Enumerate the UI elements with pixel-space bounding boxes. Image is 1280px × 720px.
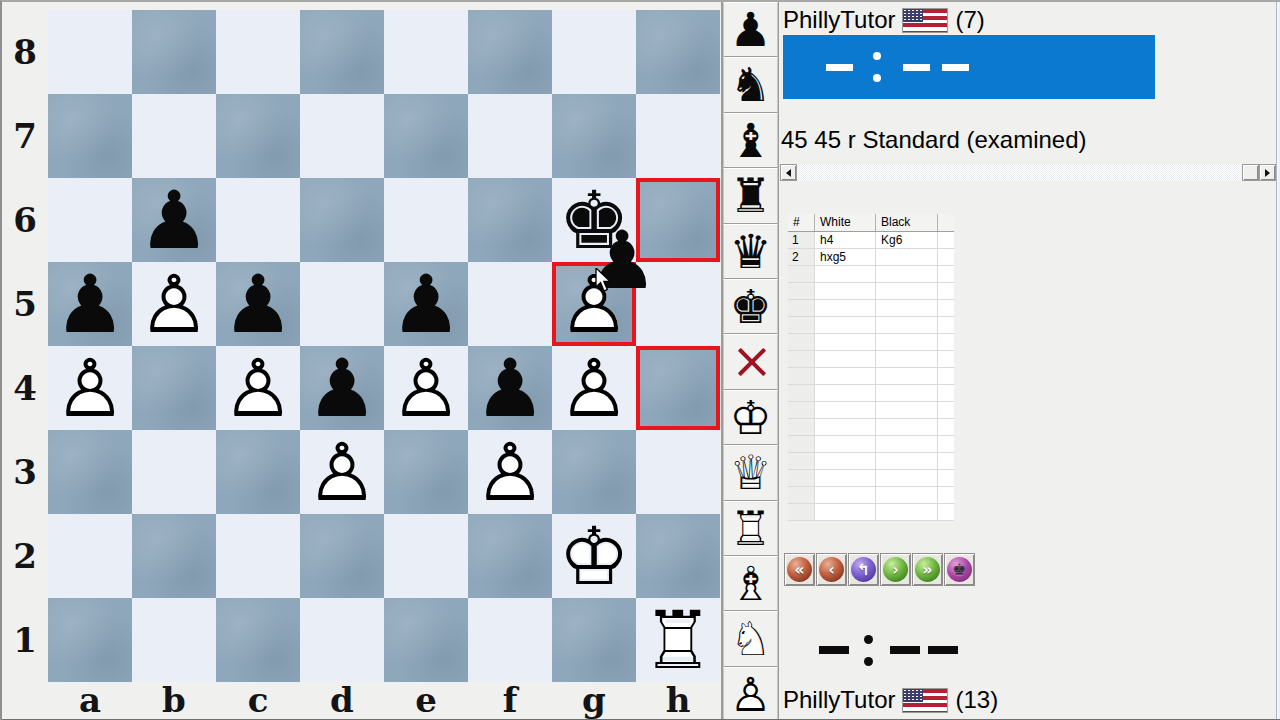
nav-forward-icon: › <box>883 557 908 582</box>
piece-black-knight[interactable]: ♞ <box>724 58 777 111</box>
black-move <box>876 470 938 487</box>
move-header-spacer <box>938 214 954 231</box>
rank-label-4: 4 <box>4 346 46 430</box>
rank-label-2: 2 <box>4 514 46 598</box>
piece-white-rook[interactable]: ♜♖ <box>636 598 720 682</box>
spacer-cell <box>938 504 954 521</box>
top-player-name: PhillyTutor <box>783 6 895 34</box>
square-g4[interactable]: ♟♙ <box>552 346 636 430</box>
mouse-cursor <box>595 268 613 294</box>
square-h4[interactable] <box>636 346 720 430</box>
move-number <box>788 266 815 283</box>
spacer-cell <box>938 334 954 351</box>
clock-dash <box>928 646 958 654</box>
palette-white-knight[interactable]: ♞♘ <box>723 611 778 666</box>
spacer-cell <box>938 368 954 385</box>
rank-labels: 87654321 <box>4 10 46 682</box>
piece-white-knight[interactable]: ♞♘ <box>724 612 777 665</box>
piece-black-rook[interactable]: ♜ <box>724 169 777 222</box>
move-row-8 <box>788 351 954 368</box>
move-number <box>788 334 815 351</box>
square-d3[interactable]: ♟♙ <box>300 430 384 514</box>
move-number <box>788 351 815 368</box>
piece-black-king[interactable]: ♚ <box>724 280 777 333</box>
move-row-13 <box>788 436 954 453</box>
move-row-5 <box>788 300 954 317</box>
left-arrow-icon <box>786 169 791 177</box>
move-number <box>788 487 815 504</box>
move-table[interactable]: #WhiteBlack1h4Kg62hxg5 <box>788 214 954 521</box>
nav-last-button[interactable]: » <box>912 553 943 586</box>
piece-black-pawn[interactable]: ♟ <box>468 346 552 430</box>
square-b7[interactable] <box>132 94 216 178</box>
square-c8[interactable] <box>216 10 300 94</box>
spacer-cell <box>938 300 954 317</box>
move-row-17 <box>788 504 954 521</box>
black-clock <box>819 626 958 674</box>
spacer-cell <box>938 385 954 402</box>
clock-colon <box>873 52 881 82</box>
white-move <box>815 470 876 487</box>
move-number <box>788 283 815 300</box>
move-header-Black: Black <box>876 214 938 231</box>
top-player-rating: (7) <box>955 6 984 34</box>
chess-board-region: 87654321 ♟♚♟♟♙♟♟♟♙♟♙♟♙♟♟♙♟♟♙♟♙♟♙♚♔♜♖ abc… <box>2 2 722 720</box>
rank-label-8: 8 <box>4 10 46 94</box>
square-a1[interactable] <box>48 598 132 682</box>
scrollbar-track[interactable] <box>797 164 1242 181</box>
square-h8[interactable] <box>636 10 720 94</box>
palette-white-pawn[interactable]: ♟♙ <box>723 667 778 720</box>
piece-black-pawn[interactable]: ♟ <box>724 3 777 56</box>
piece-white-pawn[interactable]: ♟♙ <box>300 430 384 514</box>
white-move <box>815 334 876 351</box>
chess-board[interactable]: ♟♚♟♟♙♟♟♟♙♟♙♟♙♟♟♙♟♟♙♟♙♟♙♚♔♜♖ <box>48 10 720 682</box>
move-number <box>788 402 815 419</box>
history-scrollbar[interactable] <box>780 164 1276 181</box>
piece-white-pawn[interactable]: ♟♙ <box>216 346 300 430</box>
square-h3[interactable] <box>636 430 720 514</box>
black-move <box>876 419 938 436</box>
move-number <box>788 300 815 317</box>
square-g3[interactable] <box>552 430 636 514</box>
side-panel: PhillyTutor (7) 45 45 r Standard (examin… <box>779 2 1276 720</box>
square-h7[interactable] <box>636 94 720 178</box>
black-move <box>876 402 938 419</box>
square-d2[interactable] <box>300 514 384 598</box>
rank-label-6: 6 <box>4 178 46 262</box>
move-number <box>788 436 815 453</box>
nav-revert-icon: ↰ <box>851 557 876 582</box>
square-d4[interactable]: ♟ <box>300 346 384 430</box>
move-number <box>788 470 815 487</box>
white-clock <box>783 35 1155 99</box>
clock-dash <box>890 646 920 654</box>
piece-white-king[interactable]: ♚♔ <box>724 391 777 444</box>
file-label-c: c <box>216 680 300 720</box>
black-move: Kg6 <box>876 232 938 249</box>
spacer-cell <box>938 351 954 368</box>
nav-back-button[interactable]: ‹ <box>816 553 847 586</box>
square-h2[interactable] <box>636 514 720 598</box>
square-e5[interactable]: ♟ <box>384 262 468 346</box>
move-number <box>788 317 815 334</box>
square-f5[interactable] <box>468 262 552 346</box>
square-c7[interactable] <box>216 94 300 178</box>
square-g7[interactable] <box>552 94 636 178</box>
scrollbar-thumb[interactable] <box>1242 164 1259 181</box>
nav-engine-icon: ♚ <box>947 557 972 582</box>
move-row-3 <box>788 266 954 283</box>
clock-colon <box>864 635 873 666</box>
move-row-6 <box>788 317 954 334</box>
square-d8[interactable] <box>300 10 384 94</box>
palette-delete[interactable] <box>723 334 778 389</box>
rank-label-3: 3 <box>4 430 46 514</box>
square-a7[interactable] <box>48 94 132 178</box>
move-number <box>788 385 815 402</box>
move-row-10 <box>788 385 954 402</box>
square-c3[interactable] <box>216 430 300 514</box>
white-move <box>815 504 876 521</box>
file-label-a: a <box>48 680 132 720</box>
square-f3[interactable]: ♟♙ <box>468 430 552 514</box>
square-b4[interactable] <box>132 346 216 430</box>
piece-white-rook[interactable]: ♜♖ <box>724 502 777 555</box>
palette-black-king[interactable]: ♚ <box>723 279 778 334</box>
square-f4[interactable]: ♟ <box>468 346 552 430</box>
square-b2[interactable] <box>132 514 216 598</box>
window-right-edge <box>1276 2 1280 720</box>
black-move <box>876 300 938 317</box>
white-move <box>815 453 876 470</box>
black-move <box>876 334 938 351</box>
nav-engine-button[interactable]: ♚ <box>944 553 975 586</box>
square-e2[interactable] <box>384 514 468 598</box>
move-header-#: # <box>788 214 815 231</box>
square-c1[interactable] <box>216 598 300 682</box>
move-header-White: White <box>815 214 876 231</box>
white-move: h4 <box>815 232 876 249</box>
nav-last-icon: » <box>915 557 940 582</box>
square-e7[interactable] <box>384 94 468 178</box>
square-d1[interactable] <box>300 598 384 682</box>
file-label-b: b <box>132 680 216 720</box>
square-d6[interactable] <box>300 178 384 262</box>
spacer-cell <box>938 232 954 249</box>
black-move <box>876 436 938 453</box>
black-move <box>876 249 938 266</box>
file-label-g: g <box>552 680 636 720</box>
square-f8[interactable] <box>468 10 552 94</box>
dragged-black-pawn[interactable]: ♟ <box>580 218 664 302</box>
move-row-14 <box>788 453 954 470</box>
spacer-cell <box>938 317 954 334</box>
clock-dash <box>903 64 930 71</box>
move-row-2[interactable]: 2hxg5 <box>788 249 954 266</box>
square-a6[interactable] <box>48 178 132 262</box>
square-g1[interactable] <box>552 598 636 682</box>
black-move <box>876 266 938 283</box>
square-f2[interactable] <box>468 514 552 598</box>
square-h1[interactable]: ♜♖ <box>636 598 720 682</box>
file-label-e: e <box>384 680 468 720</box>
file-label-h: h <box>636 680 720 720</box>
black-move <box>876 385 938 402</box>
square-e3[interactable] <box>384 430 468 514</box>
white-move <box>815 402 876 419</box>
us-flag-icon-bottom <box>902 688 948 713</box>
palette-black-knight[interactable]: ♞ <box>723 57 778 112</box>
file-label-d: d <box>300 680 384 720</box>
rank-label-1: 1 <box>4 598 46 682</box>
palette-white-queen[interactable]: ♛♕ <box>723 445 778 500</box>
navigation-buttons: «‹↰›»♚ <box>784 553 976 586</box>
square-c6[interactable] <box>216 178 300 262</box>
black-move <box>876 317 938 334</box>
square-a5[interactable]: ♟ <box>48 262 132 346</box>
piece-black-pawn[interactable]: ♟ <box>300 346 384 430</box>
square-a2[interactable] <box>48 514 132 598</box>
piece-black-queen[interactable]: ♛ <box>724 225 777 278</box>
square-e4[interactable]: ♟♙ <box>384 346 468 430</box>
white-move <box>815 436 876 453</box>
bottom-player-name: PhillyTutor <box>783 686 895 714</box>
white-move <box>815 487 876 504</box>
black-move <box>876 487 938 504</box>
square-a8[interactable] <box>48 10 132 94</box>
palette-white-bishop[interactable]: ♝♗ <box>723 556 778 611</box>
nav-first-button[interactable]: « <box>784 553 815 586</box>
white-move <box>815 419 876 436</box>
square-b1[interactable] <box>132 598 216 682</box>
clock-dash <box>819 646 849 654</box>
move-row-12 <box>788 419 954 436</box>
spacer-cell <box>938 487 954 504</box>
white-move <box>815 266 876 283</box>
black-move <box>876 283 938 300</box>
white-move <box>815 300 876 317</box>
move-number: 2 <box>788 249 815 266</box>
palette-black-pawn[interactable]: ♟ <box>723 2 778 57</box>
square-g8[interactable] <box>552 10 636 94</box>
right-arrow-icon <box>1265 169 1270 177</box>
game-description: 45 45 r Standard (examined) <box>781 126 1087 154</box>
piece-white-pawn[interactable]: ♟♙ <box>132 262 216 346</box>
square-d5[interactable] <box>300 262 384 346</box>
move-row-11 <box>788 402 954 419</box>
spacer-cell <box>938 470 954 487</box>
piece-white-pawn[interactable]: ♟♙ <box>552 346 636 430</box>
move-number <box>788 419 815 436</box>
spacer-cell <box>938 283 954 300</box>
black-move <box>876 368 938 385</box>
bottom-player-line: PhillyTutor (13) <box>783 685 998 715</box>
piece-white-king[interactable]: ♚♔ <box>552 514 636 598</box>
piece-black-pawn[interactable]: ♟ <box>132 178 216 262</box>
move-row-4 <box>788 283 954 300</box>
black-move <box>876 351 938 368</box>
square-c5[interactable]: ♟ <box>216 262 300 346</box>
spacer-cell <box>938 453 954 470</box>
rank-label-5: 5 <box>4 262 46 346</box>
palette-white-king[interactable]: ♚♔ <box>723 390 778 445</box>
spacer-cell <box>938 402 954 419</box>
palette-black-queen[interactable]: ♛ <box>723 224 778 279</box>
piece-white-queen[interactable]: ♛♕ <box>724 446 777 499</box>
square-a4[interactable]: ♟♙ <box>48 346 132 430</box>
move-row-15 <box>788 470 954 487</box>
square-c4[interactable]: ♟♙ <box>216 346 300 430</box>
move-row-1[interactable]: 1h4Kg6 <box>788 232 954 249</box>
nav-revert-button[interactable]: ↰ <box>848 553 879 586</box>
clock-dash <box>942 64 969 71</box>
white-move <box>815 385 876 402</box>
move-row-9 <box>788 368 954 385</box>
piece-white-pawn[interactable]: ♟♙ <box>48 346 132 430</box>
piece-black-pawn[interactable]: ♟ <box>48 262 132 346</box>
scroll-right-button[interactable] <box>1259 164 1276 181</box>
piece-black-pawn[interactable]: ♟ <box>216 262 300 346</box>
black-move <box>876 453 938 470</box>
square-a3[interactable] <box>48 430 132 514</box>
white-move <box>815 368 876 385</box>
spacer-cell <box>938 249 954 266</box>
clock-dash <box>826 64 853 71</box>
us-flag-icon-top <box>902 8 948 33</box>
spacer-cell <box>938 266 954 283</box>
nav-forward-button[interactable]: › <box>880 553 911 586</box>
bottom-player-rating: (13) <box>955 686 998 714</box>
square-f7[interactable] <box>468 94 552 178</box>
piece-black-pawn[interactable]: ♟ <box>580 218 664 302</box>
top-player-line: PhillyTutor (7) <box>783 5 985 35</box>
square-g2[interactable]: ♚♔ <box>552 514 636 598</box>
piece-white-pawn[interactable]: ♟♙ <box>724 668 777 720</box>
square-b6[interactable]: ♟ <box>132 178 216 262</box>
square-d7[interactable] <box>300 94 384 178</box>
nav-back-icon: ‹ <box>819 557 844 582</box>
square-e8[interactable] <box>384 10 468 94</box>
move-number: 1 <box>788 232 815 249</box>
palette-white-rook[interactable]: ♜♖ <box>723 501 778 556</box>
square-f6[interactable] <box>468 178 552 262</box>
square-b5[interactable]: ♟♙ <box>132 262 216 346</box>
move-row-16 <box>788 487 954 504</box>
square-e1[interactable] <box>384 598 468 682</box>
square-b8[interactable] <box>132 10 216 94</box>
spacer-cell <box>938 419 954 436</box>
palette-black-rook[interactable]: ♜ <box>723 168 778 223</box>
white-move <box>815 283 876 300</box>
palette-black-bishop[interactable]: ♝ <box>723 113 778 168</box>
black-move <box>876 504 938 521</box>
move-number <box>788 453 815 470</box>
move-row-7 <box>788 334 954 351</box>
square-b3[interactable] <box>132 430 216 514</box>
square-f1[interactable] <box>468 598 552 682</box>
scroll-left-button[interactable] <box>780 164 797 181</box>
white-move <box>815 351 876 368</box>
square-c2[interactable] <box>216 514 300 598</box>
move-number <box>788 368 815 385</box>
piece-palette: ♟♞♝♜♛♚♚♔♛♕♜♖♝♗♞♘♟♙ <box>721 2 779 720</box>
piece-black-bishop[interactable]: ♝ <box>724 114 777 167</box>
square-e6[interactable] <box>384 178 468 262</box>
spacer-cell <box>938 436 954 453</box>
white-move: hxg5 <box>815 249 876 266</box>
move-number <box>788 504 815 521</box>
piece-white-pawn[interactable]: ♟♙ <box>384 346 468 430</box>
file-label-f: f <box>468 680 552 720</box>
nav-first-icon: « <box>787 557 812 582</box>
piece-white-bishop[interactable]: ♝♗ <box>724 557 777 610</box>
rank-label-7: 7 <box>4 94 46 178</box>
piece-black-pawn[interactable]: ♟ <box>384 262 468 346</box>
file-labels: abcdefgh <box>48 680 720 720</box>
piece-white-pawn[interactable]: ♟♙ <box>468 430 552 514</box>
white-move <box>815 317 876 334</box>
